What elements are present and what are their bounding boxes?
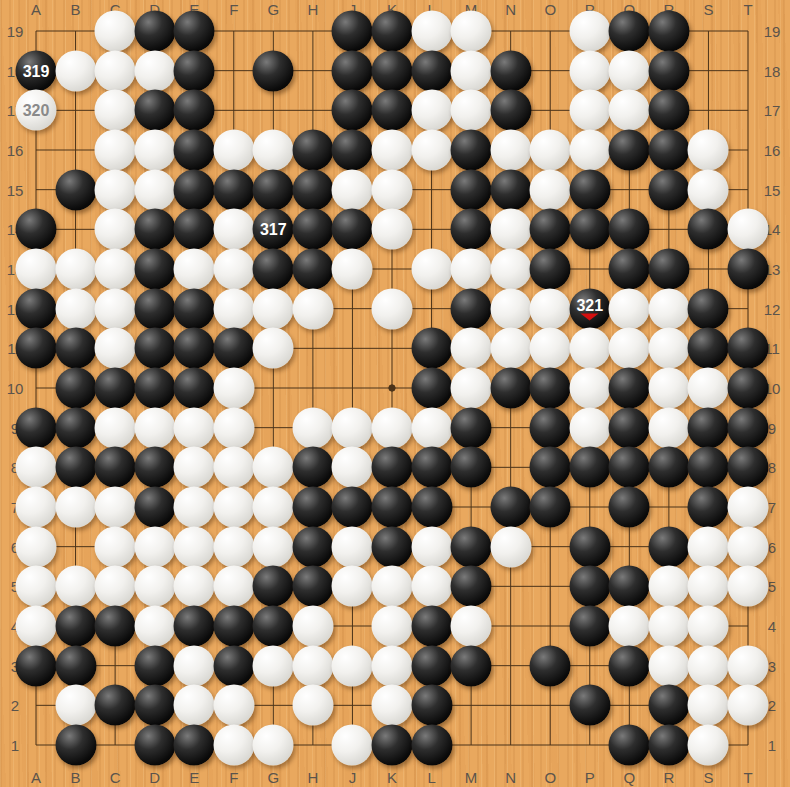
stone-white-O16[interactable] (530, 130, 571, 171)
stone-white-K9[interactable] (372, 407, 413, 448)
stone-white-N12[interactable] (490, 288, 531, 329)
stone-white-E7[interactable] (174, 487, 215, 528)
stone-white-N6[interactable] (490, 526, 531, 567)
coord-label-bottom-Q: Q (623, 769, 635, 786)
stone-black-R8[interactable] (648, 447, 689, 488)
stone-white-B5[interactable] (55, 566, 96, 607)
stone-black-R15[interactable] (648, 169, 689, 210)
stone-black-T9[interactable] (728, 407, 769, 448)
stone-black-J18[interactable] (332, 50, 373, 91)
stone-white-D6[interactable] (134, 526, 175, 567)
stone-black-O10[interactable] (530, 368, 571, 409)
stone-white-A17[interactable]: 320 (16, 90, 57, 131)
stone-white-A5[interactable] (16, 566, 57, 607)
stone-black-P8[interactable] (569, 447, 610, 488)
stone-black-D13[interactable] (134, 249, 175, 290)
coord-label-right-6: 6 (768, 538, 776, 555)
stone-white-K5[interactable] (372, 566, 413, 607)
stone-white-P9[interactable] (569, 407, 610, 448)
stone-white-E6[interactable] (174, 526, 215, 567)
stone-white-L9[interactable] (411, 407, 452, 448)
stone-black-N7[interactable] (490, 487, 531, 528)
stone-black-L11[interactable] (411, 328, 452, 369)
stone-white-G16[interactable] (253, 130, 294, 171)
stone-black-D1[interactable] (134, 725, 175, 766)
stone-white-E13[interactable] (174, 249, 215, 290)
stone-white-F5[interactable] (213, 566, 254, 607)
stone-black-H6[interactable] (292, 526, 333, 567)
stone-white-K2[interactable] (372, 685, 413, 726)
stone-black-J17[interactable] (332, 90, 373, 131)
stone-white-E9[interactable] (174, 407, 215, 448)
stone-white-H9[interactable] (292, 407, 333, 448)
stone-black-E16[interactable] (174, 130, 215, 171)
stone-white-F16[interactable] (213, 130, 254, 171)
stone-black-D11[interactable] (134, 328, 175, 369)
stone-black-B9[interactable] (55, 407, 96, 448)
stone-black-B10[interactable] (55, 368, 96, 409)
stone-black-E12[interactable] (174, 288, 215, 329)
stone-black-N18[interactable] (490, 50, 531, 91)
stone-black-O8[interactable] (530, 447, 571, 488)
stone-black-L1[interactable] (411, 725, 452, 766)
stone-white-K16[interactable] (372, 130, 413, 171)
stone-white-S2[interactable] (688, 685, 729, 726)
stone-white-A7[interactable] (16, 487, 57, 528)
stone-black-P5[interactable] (569, 566, 610, 607)
stone-white-M11[interactable] (451, 328, 492, 369)
stone-black-E1[interactable] (174, 725, 215, 766)
stone-black-H16[interactable] (292, 130, 333, 171)
stone-white-S4[interactable] (688, 606, 729, 647)
stone-white-A4[interactable] (16, 606, 57, 647)
coord-label-bottom-J: J (349, 769, 357, 786)
stone-white-P18[interactable] (569, 50, 610, 91)
stone-white-G11[interactable] (253, 328, 294, 369)
stone-black-Q1[interactable] (609, 725, 650, 766)
stone-black-K19[interactable] (372, 11, 413, 52)
stone-white-H2[interactable] (292, 685, 333, 726)
stone-black-P6[interactable] (569, 526, 610, 567)
stone-white-T14[interactable] (728, 209, 769, 250)
coord-label-right-1: 1 (768, 737, 776, 754)
coord-label-top-N: N (505, 1, 516, 18)
stone-white-J1[interactable] (332, 725, 373, 766)
stone-black-L3[interactable] (411, 645, 452, 686)
stone-black-L4[interactable] (411, 606, 452, 647)
stone-black-A12[interactable] (16, 288, 57, 329)
stone-black-L8[interactable] (411, 447, 452, 488)
stone-black-R2[interactable] (648, 685, 689, 726)
stone-white-C17[interactable] (95, 90, 136, 131)
stone-white-L17[interactable] (411, 90, 452, 131)
stone-black-R18[interactable] (648, 50, 689, 91)
stone-black-K6[interactable] (372, 526, 413, 567)
stone-white-A13[interactable] (16, 249, 57, 290)
stone-black-Q8[interactable] (609, 447, 650, 488)
stone-white-S1[interactable] (688, 725, 729, 766)
stone-white-D15[interactable] (134, 169, 175, 210)
stone-black-E11[interactable] (174, 328, 215, 369)
stone-black-G14[interactable]: 317 (253, 209, 294, 250)
stone-black-B4[interactable] (55, 606, 96, 647)
stone-white-K12[interactable] (372, 288, 413, 329)
stone-white-R3[interactable] (648, 645, 689, 686)
stone-white-C15[interactable] (95, 169, 136, 210)
coord-label-bottom-S: S (703, 769, 713, 786)
stone-white-C9[interactable] (95, 407, 136, 448)
stone-white-N14[interactable] (490, 209, 531, 250)
stone-white-J13[interactable] (332, 249, 373, 290)
stone-black-G13[interactable] (253, 249, 294, 290)
stone-black-A18[interactable]: 319 (16, 50, 57, 91)
stone-white-L13[interactable] (411, 249, 452, 290)
stone-black-H13[interactable] (292, 249, 333, 290)
stone-white-R11[interactable] (648, 328, 689, 369)
stone-white-F14[interactable] (213, 209, 254, 250)
coord-label-bottom-K: K (387, 769, 397, 786)
stone-black-K8[interactable] (372, 447, 413, 488)
stone-white-G7[interactable] (253, 487, 294, 528)
stone-black-M14[interactable] (451, 209, 492, 250)
stone-white-L5[interactable] (411, 566, 452, 607)
stone-white-N11[interactable] (490, 328, 531, 369)
stone-black-O3[interactable] (530, 645, 571, 686)
stone-white-G8[interactable] (253, 447, 294, 488)
stone-white-R9[interactable] (648, 407, 689, 448)
stone-black-O9[interactable] (530, 407, 571, 448)
stone-black-L7[interactable] (411, 487, 452, 528)
stone-black-M6[interactable] (451, 526, 492, 567)
stone-black-E4[interactable] (174, 606, 215, 647)
stone-white-T3[interactable] (728, 645, 769, 686)
stone-white-G3[interactable] (253, 645, 294, 686)
stone-white-T5[interactable] (728, 566, 769, 607)
stone-white-L16[interactable] (411, 130, 452, 171)
stone-black-E17[interactable] (174, 90, 215, 131)
stone-white-F8[interactable] (213, 447, 254, 488)
stone-white-E5[interactable] (174, 566, 215, 607)
stone-black-G18[interactable] (253, 50, 294, 91)
stone-white-B12[interactable] (55, 288, 96, 329)
stone-white-N16[interactable] (490, 130, 531, 171)
stone-white-C18[interactable] (95, 50, 136, 91)
stone-white-H12[interactable] (292, 288, 333, 329)
stone-white-C12[interactable] (95, 288, 136, 329)
stone-black-F3[interactable] (213, 645, 254, 686)
stone-black-A3[interactable] (16, 645, 57, 686)
stone-white-J6[interactable] (332, 526, 373, 567)
stone-white-B2[interactable] (55, 685, 96, 726)
stone-black-S12[interactable] (688, 288, 729, 329)
stone-black-K17[interactable] (372, 90, 413, 131)
stone-black-G5[interactable] (253, 566, 294, 607)
coord-label-bottom-M: M (465, 769, 478, 786)
stone-white-M17[interactable] (451, 90, 492, 131)
stone-black-R13[interactable] (648, 249, 689, 290)
stone-black-B8[interactable] (55, 447, 96, 488)
stone-black-F11[interactable] (213, 328, 254, 369)
stone-black-M9[interactable] (451, 407, 492, 448)
stone-black-S8[interactable] (688, 447, 729, 488)
stone-white-S5[interactable] (688, 566, 729, 607)
stone-white-F7[interactable] (213, 487, 254, 528)
coord-label-bottom-N: N (505, 769, 516, 786)
stone-black-S11[interactable] (688, 328, 729, 369)
stone-white-Q11[interactable] (609, 328, 650, 369)
stone-black-D19[interactable] (134, 11, 175, 52)
stone-white-D18[interactable] (134, 50, 175, 91)
stone-black-J14[interactable] (332, 209, 373, 250)
stone-black-N17[interactable] (490, 90, 531, 131)
stone-black-D3[interactable] (134, 645, 175, 686)
stone-white-G1[interactable] (253, 725, 294, 766)
stone-black-G15[interactable] (253, 169, 294, 210)
stone-white-A6[interactable] (16, 526, 57, 567)
stone-black-T13[interactable] (728, 249, 769, 290)
stone-white-S6[interactable] (688, 526, 729, 567)
stone-white-F13[interactable] (213, 249, 254, 290)
last-move-marker-icon (581, 314, 599, 321)
stone-white-B18[interactable] (55, 50, 96, 91)
stone-black-O14[interactable] (530, 209, 571, 250)
coord-label-bottom-C: C (110, 769, 121, 786)
stone-white-A8[interactable] (16, 447, 57, 488)
stone-white-K3[interactable] (372, 645, 413, 686)
move-number-label: 319 (23, 62, 50, 79)
stone-white-C6[interactable] (95, 526, 136, 567)
stone-white-Q4[interactable] (609, 606, 650, 647)
stone-black-G4[interactable] (253, 606, 294, 647)
stone-white-S16[interactable] (688, 130, 729, 171)
stone-black-Q10[interactable] (609, 368, 650, 409)
stone-black-R19[interactable] (648, 11, 689, 52)
stone-black-M8[interactable] (451, 447, 492, 488)
stone-white-C19[interactable] (95, 11, 136, 52)
stone-black-J7[interactable] (332, 487, 373, 528)
stone-white-M19[interactable] (451, 11, 492, 52)
stone-white-R4[interactable] (648, 606, 689, 647)
stone-black-K18[interactable] (372, 50, 413, 91)
stone-black-E18[interactable] (174, 50, 215, 91)
stone-black-A14[interactable] (16, 209, 57, 250)
stone-white-L19[interactable] (411, 11, 452, 52)
stone-white-Q17[interactable] (609, 90, 650, 131)
stone-white-P16[interactable] (569, 130, 610, 171)
stone-black-B15[interactable] (55, 169, 96, 210)
stone-black-Q9[interactable] (609, 407, 650, 448)
stone-black-M16[interactable] (451, 130, 492, 171)
stone-black-T10[interactable] (728, 368, 769, 409)
stone-black-L18[interactable] (411, 50, 452, 91)
stone-black-D10[interactable] (134, 368, 175, 409)
stone-white-M4[interactable] (451, 606, 492, 647)
stone-black-E14[interactable] (174, 209, 215, 250)
stone-black-N10[interactable] (490, 368, 531, 409)
stone-white-K4[interactable] (372, 606, 413, 647)
stone-white-E3[interactable] (174, 645, 215, 686)
stone-black-Q13[interactable] (609, 249, 650, 290)
stone-white-D16[interactable] (134, 130, 175, 171)
stone-white-N13[interactable] (490, 249, 531, 290)
stone-white-P17[interactable] (569, 90, 610, 131)
stone-black-M15[interactable] (451, 169, 492, 210)
stone-black-Q16[interactable] (609, 130, 650, 171)
stone-black-C4[interactable] (95, 606, 136, 647)
stone-white-E2[interactable] (174, 685, 215, 726)
stone-white-J8[interactable] (332, 447, 373, 488)
stone-white-G6[interactable] (253, 526, 294, 567)
stone-black-A11[interactable] (16, 328, 57, 369)
stone-black-F15[interactable] (213, 169, 254, 210)
stone-white-J3[interactable] (332, 645, 373, 686)
stone-white-Q18[interactable] (609, 50, 650, 91)
stone-black-T11[interactable] (728, 328, 769, 369)
stone-white-M18[interactable] (451, 50, 492, 91)
stone-black-R1[interactable] (648, 725, 689, 766)
stone-black-H7[interactable] (292, 487, 333, 528)
stone-black-S9[interactable] (688, 407, 729, 448)
stone-black-T8[interactable] (728, 447, 769, 488)
stone-white-R10[interactable] (648, 368, 689, 409)
stone-white-C11[interactable] (95, 328, 136, 369)
stone-black-K1[interactable] (372, 725, 413, 766)
stone-black-B11[interactable] (55, 328, 96, 369)
stone-white-D5[interactable] (134, 566, 175, 607)
stone-white-J15[interactable] (332, 169, 373, 210)
stone-white-F6[interactable] (213, 526, 254, 567)
stone-white-D4[interactable] (134, 606, 175, 647)
stone-black-H14[interactable] (292, 209, 333, 250)
stone-white-C14[interactable] (95, 209, 136, 250)
stone-white-S10[interactable] (688, 368, 729, 409)
stone-black-S7[interactable] (688, 487, 729, 528)
stone-black-S14[interactable] (688, 209, 729, 250)
stone-white-O11[interactable] (530, 328, 571, 369)
coord-label-left-16: 16 (7, 142, 24, 159)
stone-white-M13[interactable] (451, 249, 492, 290)
coord-label-bottom-P: P (585, 769, 595, 786)
stone-black-D8[interactable] (134, 447, 175, 488)
stone-black-B3[interactable] (55, 645, 96, 686)
stone-black-Q3[interactable] (609, 645, 650, 686)
stone-black-B1[interactable] (55, 725, 96, 766)
stone-white-P11[interactable] (569, 328, 610, 369)
stone-black-R6[interactable] (648, 526, 689, 567)
stone-black-P15[interactable] (569, 169, 610, 210)
stone-black-C10[interactable] (95, 368, 136, 409)
stone-white-F9[interactable] (213, 407, 254, 448)
stone-black-O13[interactable] (530, 249, 571, 290)
stone-black-C8[interactable] (95, 447, 136, 488)
coord-label-right-18: 18 (764, 62, 781, 79)
stone-white-Q12[interactable] (609, 288, 650, 329)
stone-black-P14[interactable] (569, 209, 610, 250)
stone-white-T2[interactable] (728, 685, 769, 726)
stone-white-O12[interactable] (530, 288, 571, 329)
stone-black-H15[interactable] (292, 169, 333, 210)
stone-black-M5[interactable] (451, 566, 492, 607)
stone-black-R16[interactable] (648, 130, 689, 171)
stone-black-N15[interactable] (490, 169, 531, 210)
stone-white-F1[interactable] (213, 725, 254, 766)
stone-white-O15[interactable] (530, 169, 571, 210)
stone-black-E15[interactable] (174, 169, 215, 210)
stone-white-K14[interactable] (372, 209, 413, 250)
stone-black-P4[interactable] (569, 606, 610, 647)
stone-black-E10[interactable] (174, 368, 215, 409)
stone-black-H8[interactable] (292, 447, 333, 488)
stone-white-C7[interactable] (95, 487, 136, 528)
stone-white-F2[interactable] (213, 685, 254, 726)
stone-black-R17[interactable] (648, 90, 689, 131)
go-board[interactable]: AABBCCDDEEFFGGHHJJKKLLMMNNOOPPQQRRSSTT19… (0, 0, 790, 787)
stone-black-D17[interactable] (134, 90, 175, 131)
stone-black-E19[interactable] (174, 11, 215, 52)
stone-white-R5[interactable] (648, 566, 689, 607)
stone-white-D9[interactable] (134, 407, 175, 448)
stone-black-M12[interactable] (451, 288, 492, 329)
stone-black-Q19[interactable] (609, 11, 650, 52)
stone-black-A9[interactable] (16, 407, 57, 448)
stone-white-R12[interactable] (648, 288, 689, 329)
stone-black-P12[interactable]: 321 (569, 288, 610, 329)
stone-white-H4[interactable] (292, 606, 333, 647)
stone-white-F12[interactable] (213, 288, 254, 329)
stone-white-S15[interactable] (688, 169, 729, 210)
stone-black-Q7[interactable] (609, 487, 650, 528)
stone-black-M3[interactable] (451, 645, 492, 686)
stone-white-G12[interactable] (253, 288, 294, 329)
stone-white-M10[interactable] (451, 368, 492, 409)
stone-white-C13[interactable] (95, 249, 136, 290)
move-number-label: 320 (23, 102, 50, 119)
stone-black-D12[interactable] (134, 288, 175, 329)
stone-black-J19[interactable] (332, 11, 373, 52)
stone-black-O7[interactable] (530, 487, 571, 528)
stone-white-T7[interactable] (728, 487, 769, 528)
stone-white-J5[interactable] (332, 566, 373, 607)
stone-black-Q14[interactable] (609, 209, 650, 250)
stone-black-Q5[interactable] (609, 566, 650, 607)
stone-black-F4[interactable] (213, 606, 254, 647)
stone-white-C5[interactable] (95, 566, 136, 607)
stone-black-K7[interactable] (372, 487, 413, 528)
stone-white-P10[interactable] (569, 368, 610, 409)
stone-white-L6[interactable] (411, 526, 452, 567)
stone-white-B13[interactable] (55, 249, 96, 290)
stone-white-P19[interactable] (569, 11, 610, 52)
stone-white-E8[interactable] (174, 447, 215, 488)
stone-black-L10[interactable] (411, 368, 452, 409)
stone-white-F10[interactable] (213, 368, 254, 409)
stone-white-H3[interactable] (292, 645, 333, 686)
stone-white-J9[interactable] (332, 407, 373, 448)
stone-white-B7[interactable] (55, 487, 96, 528)
stone-white-C16[interactable] (95, 130, 136, 171)
stone-white-T6[interactable] (728, 526, 769, 567)
stone-black-P2[interactable] (569, 685, 610, 726)
stone-black-D2[interactable] (134, 685, 175, 726)
stone-black-J16[interactable] (332, 130, 373, 171)
stone-white-S3[interactable] (688, 645, 729, 686)
stone-black-H5[interactable] (292, 566, 333, 607)
stone-white-K15[interactable] (372, 169, 413, 210)
stone-black-D14[interactable] (134, 209, 175, 250)
stone-black-D7[interactable] (134, 487, 175, 528)
stone-black-C2[interactable] (95, 685, 136, 726)
stone-black-L2[interactable] (411, 685, 452, 726)
